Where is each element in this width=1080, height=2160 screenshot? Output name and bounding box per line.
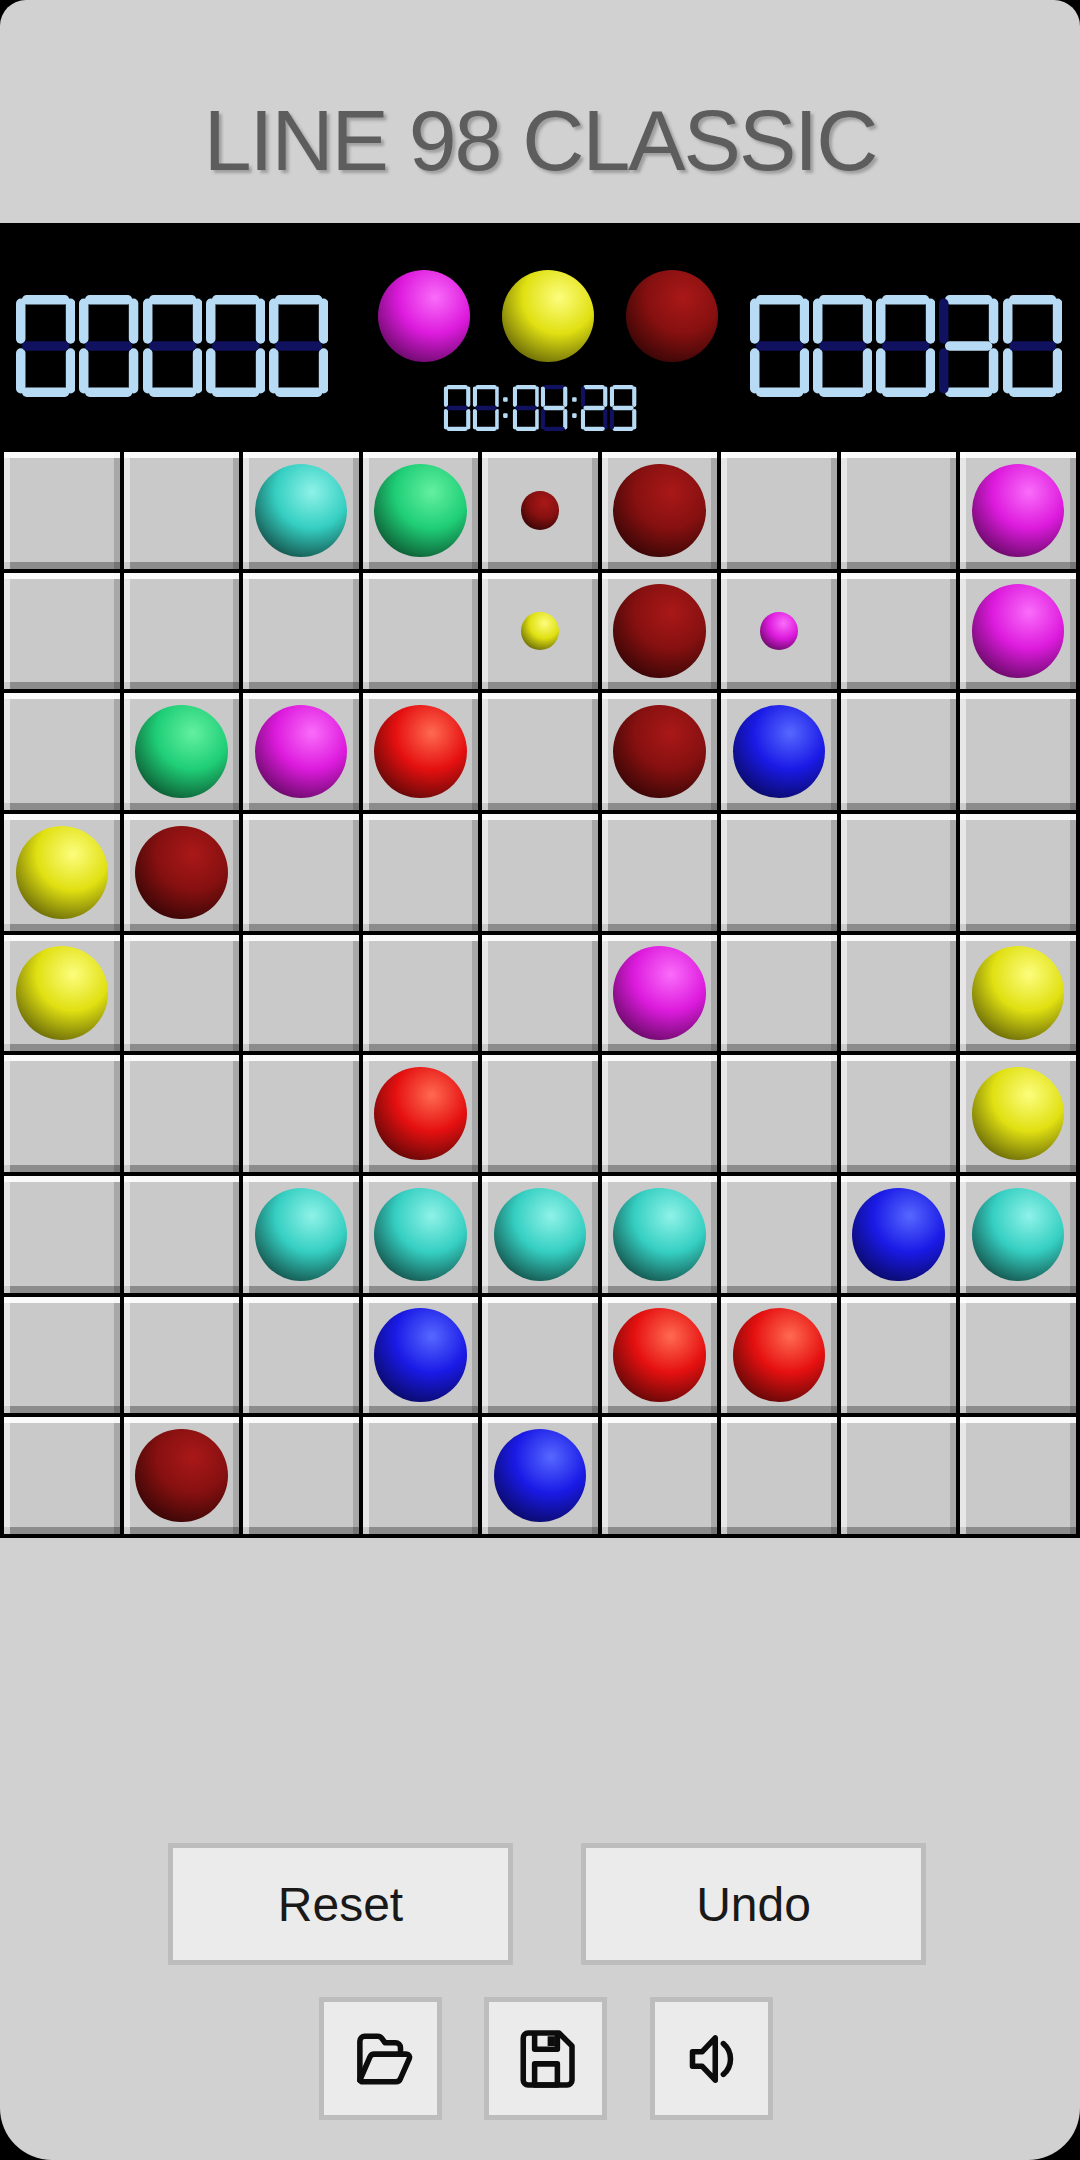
lcd-digit [876,295,935,397]
cell-r8c3[interactable] [243,1297,359,1414]
lcd-digit [444,385,471,431]
line98-app: LINE 98 CLASSIC Reset Undo [0,0,1080,2160]
cell-r9c9[interactable] [960,1417,1076,1534]
sound-button[interactable] [650,1997,773,2120]
cell-r9c6[interactable] [602,1417,718,1534]
cell-r8c5[interactable] [482,1297,598,1414]
reset-button[interactable]: Reset [168,1843,513,1965]
ball-blue[interactable] [494,1429,586,1522]
ball-green[interactable] [374,464,466,557]
cell-r1c2[interactable] [124,452,240,569]
ball-red[interactable] [374,1067,466,1160]
incoming-ball-yellow [521,612,559,651]
timer-display [444,385,637,431]
cell-r4c8[interactable] [841,814,957,931]
cell-r6c2[interactable] [124,1055,240,1172]
cell-r3c8[interactable] [841,693,957,810]
cell-r6c6[interactable] [602,1055,718,1172]
cell-r7c2[interactable] [124,1176,240,1293]
ball-yellow[interactable] [16,826,108,919]
cell-r4c4[interactable] [363,814,479,931]
cell-r2c8[interactable] [841,573,957,690]
ball-magenta[interactable] [255,705,347,798]
cell-r1c8[interactable] [841,452,957,569]
cell-r7c6[interactable] [602,1176,718,1293]
lcd-colon [501,385,510,431]
ball-red[interactable] [374,705,466,798]
cell-r7c4[interactable] [363,1176,479,1293]
cell-r3c1[interactable] [4,693,120,810]
cell-r6c3[interactable] [243,1055,359,1172]
lcd-colon [570,385,579,431]
cell-r5c8[interactable] [841,935,957,1052]
ball-red[interactable] [613,1308,705,1401]
ball-blue[interactable] [852,1188,944,1281]
ball-cyan[interactable] [374,1188,466,1281]
cell-r8c8[interactable] [841,1297,957,1414]
cell-r4c7[interactable] [721,814,837,931]
cell-r1c5[interactable] [482,452,598,569]
ball-cyan[interactable] [494,1188,586,1281]
cell-r6c8[interactable] [841,1055,957,1172]
ball-darkred[interactable] [613,705,705,798]
cell-r6c5[interactable] [482,1055,598,1172]
cell-r5c1[interactable] [4,935,120,1052]
ball-cyan[interactable] [255,1188,347,1281]
cell-r3c2[interactable] [124,693,240,810]
next-ball-darkred [626,270,718,362]
scorebar [0,223,1080,448]
cell-r2c4[interactable] [363,573,479,690]
cell-r6c7[interactable] [721,1055,837,1172]
cell-r6c4[interactable] [363,1055,479,1172]
ball-blue[interactable] [374,1308,466,1401]
cell-r8c7[interactable] [721,1297,837,1414]
ball-magenta[interactable] [972,584,1064,677]
cell-r5c7[interactable] [721,935,837,1052]
cell-r2c1[interactable] [4,573,120,690]
undo-button[interactable]: Undo [581,1843,926,1965]
open-folder-icon [342,2020,420,2098]
next-ball-yellow [502,270,594,362]
ball-blue[interactable] [733,705,825,798]
reset-button-label: Reset [278,1877,403,1932]
lcd-digit [610,385,637,431]
cell-r8c6[interactable] [602,1297,718,1414]
cell-r7c8[interactable] [841,1176,957,1293]
next-ball-magenta [378,270,470,362]
cell-r3c4[interactable] [363,693,479,810]
ball-darkred[interactable] [613,584,705,677]
cell-r3c7[interactable] [721,693,837,810]
lcd-digit [1003,295,1062,397]
cell-r5c5[interactable] [482,935,598,1052]
cell-r8c4[interactable] [363,1297,479,1414]
cell-r8c9[interactable] [960,1297,1076,1414]
cell-r3c6[interactable] [602,693,718,810]
cell-r5c6[interactable] [602,935,718,1052]
cell-r6c9[interactable] [960,1055,1076,1172]
cell-r1c9[interactable] [960,452,1076,569]
lcd-digit [206,295,265,397]
cell-r1c7[interactable] [721,452,837,569]
cell-r4c5[interactable] [482,814,598,931]
cell-r5c4[interactable] [363,935,479,1052]
cell-r9c5[interactable] [482,1417,598,1534]
cell-r7c1[interactable] [4,1176,120,1293]
cell-r2c3[interactable] [243,573,359,690]
undo-button-label: Undo [696,1877,811,1932]
cell-r2c7[interactable] [721,573,837,690]
ball-darkred[interactable] [135,826,227,919]
cell-r1c4[interactable] [363,452,479,569]
cell-r4c6[interactable] [602,814,718,931]
ball-yellow[interactable] [972,1067,1064,1160]
lcd-digit [472,385,499,431]
cell-r7c7[interactable] [721,1176,837,1293]
lcd-digit [79,295,138,397]
lcd-digit [750,295,809,397]
cell-r1c6[interactable] [602,452,718,569]
ball-yellow[interactable] [16,946,108,1039]
cell-r2c6[interactable] [602,573,718,690]
cell-r4c2[interactable] [124,814,240,931]
cell-r4c9[interactable] [960,814,1076,931]
cell-r3c5[interactable] [482,693,598,810]
left-score-display [16,295,328,397]
lcd-digit [512,385,539,431]
cell-r6c1[interactable] [4,1055,120,1172]
ball-darkred[interactable] [613,464,705,557]
ball-cyan[interactable] [613,1188,705,1281]
ball-darkred[interactable] [135,1429,227,1522]
lcd-digit [939,295,998,397]
cell-r9c7[interactable] [721,1417,837,1534]
ball-cyan[interactable] [972,1188,1064,1281]
ball-red[interactable] [733,1308,825,1401]
open-game-button[interactable] [319,1997,442,2120]
cell-r2c9[interactable] [960,573,1076,690]
ball-yellow[interactable] [972,946,1064,1039]
cell-r7c3[interactable] [243,1176,359,1293]
cell-r8c2[interactable] [124,1297,240,1414]
cell-r2c2[interactable] [124,573,240,690]
cell-r2c5[interactable] [482,573,598,690]
cell-r5c3[interactable] [243,935,359,1052]
cell-r9c4[interactable] [363,1417,479,1534]
incoming-ball-magenta [760,612,798,651]
lcd-digit [269,295,328,397]
cell-r9c1[interactable] [4,1417,120,1534]
ball-cyan[interactable] [255,464,347,557]
page-title: LINE 98 CLASSIC [0,97,1080,183]
ball-magenta[interactable] [613,946,705,1039]
cell-r9c3[interactable] [243,1417,359,1534]
next-balls-preview [378,270,718,362]
speaker-icon [673,2020,751,2098]
cell-r1c1[interactable] [4,452,120,569]
cell-r5c9[interactable] [960,935,1076,1052]
cell-r9c2[interactable] [124,1417,240,1534]
ball-green[interactable] [135,705,227,798]
cell-r8c1[interactable] [4,1297,120,1414]
game-board [0,448,1080,1538]
lcd-digit [581,385,608,431]
cell-r9c8[interactable] [841,1417,957,1534]
cell-r7c9[interactable] [960,1176,1076,1293]
cell-r4c1[interactable] [4,814,120,931]
cell-r1c3[interactable] [243,452,359,569]
lcd-digit [16,295,75,397]
incoming-ball-darkred [521,491,559,529]
lcd-digit [143,295,202,397]
lcd-digit [541,385,568,431]
lcd-digit [813,295,872,397]
cell-r5c2[interactable] [124,935,240,1052]
cell-r3c3[interactable] [243,693,359,810]
cell-r4c3[interactable] [243,814,359,931]
cell-r3c9[interactable] [960,693,1076,810]
save-game-button[interactable] [484,1997,607,2120]
ball-magenta[interactable] [972,464,1064,557]
cell-r7c5[interactable] [482,1176,598,1293]
right-score-display [750,295,1062,397]
phone-screen: LINE 98 CLASSIC Reset Undo [0,0,1080,2160]
save-icon [507,2020,585,2098]
